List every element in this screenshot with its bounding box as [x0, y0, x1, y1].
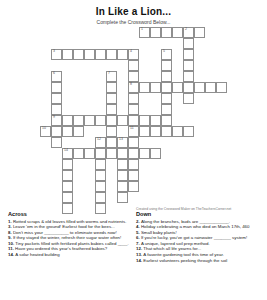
grid-cell[interactable]	[194, 82, 205, 93]
grid-cell[interactable]: 6	[51, 71, 62, 82]
clue-item: 11. Have you ordered this year's feather…	[8, 246, 134, 251]
grid-cell[interactable]	[117, 181, 128, 192]
clue-number: 7	[108, 72, 110, 76]
grid-cell[interactable]	[106, 115, 117, 126]
grid-cell[interactable]	[51, 82, 62, 93]
grid-cell[interactable]	[161, 104, 172, 115]
grid-cell[interactable]	[62, 159, 73, 170]
grid-cell[interactable]	[150, 148, 161, 159]
across-header: Across	[8, 212, 134, 217]
grid-cell[interactable]	[161, 71, 172, 82]
grid-cell[interactable]	[51, 104, 62, 115]
grid-cell[interactable]: 1	[139, 27, 150, 38]
grid-cell[interactable]	[62, 49, 73, 60]
grid-cell[interactable]	[62, 115, 73, 126]
grid-cell[interactable]: 2	[183, 27, 194, 38]
grid-cell[interactable]	[139, 82, 150, 93]
grid-cell[interactable]	[73, 49, 84, 60]
grid-cell[interactable]	[172, 82, 183, 93]
grid-cell[interactable]	[62, 192, 73, 203]
clue-item: 13. A favorite gardening tool this time …	[136, 252, 264, 257]
grid-cell[interactable]	[183, 93, 194, 104]
grid-cell[interactable]	[84, 148, 95, 159]
clue-item: 14. A solar heated building	[8, 252, 134, 257]
grid-cell[interactable]	[150, 82, 161, 93]
grid-cell[interactable]	[172, 27, 183, 38]
grid-cell[interactable]	[139, 126, 150, 137]
grid-cell[interactable]	[183, 126, 194, 137]
page-subtitle: Complete the Crossword Below...	[0, 19, 267, 25]
grid-cell[interactable]	[106, 148, 117, 159]
clue-item: 7. A unique, layered soil prep method.	[136, 241, 264, 246]
clue-item: 9. If they stayed the winter, refresh th…	[8, 235, 134, 240]
grid-cell[interactable]	[117, 159, 128, 170]
grid-cell[interactable]	[183, 82, 194, 93]
grid-cell[interactable]	[128, 181, 139, 192]
clue-number: 1	[141, 28, 143, 32]
grid-cell[interactable]	[161, 82, 172, 93]
grid-cell[interactable]	[62, 126, 73, 137]
grid-cell[interactable]	[150, 27, 161, 38]
clue-number: 10	[42, 127, 46, 131]
grid-cell[interactable]	[95, 159, 106, 170]
across-clue-list: 1. Rotted scraps & old leaves filled wit…	[8, 219, 134, 258]
grid-cell[interactable]	[106, 104, 117, 115]
grid-cell[interactable]	[128, 115, 139, 126]
clue-number: 3	[53, 50, 55, 54]
grid-cell[interactable]	[51, 137, 62, 148]
grid-cell[interactable]	[95, 170, 106, 181]
grid-cell[interactable]	[150, 126, 161, 137]
grid-cell[interactable]	[106, 49, 117, 60]
grid-cell[interactable]	[150, 115, 161, 126]
grid-cell[interactable]	[128, 148, 139, 159]
grid-cell[interactable]	[117, 192, 128, 203]
clue-number: 5	[163, 50, 165, 54]
grid-cell[interactable]: 5	[161, 49, 172, 60]
down-clues-section: Down 2. Along the branches, buds are ___…	[136, 212, 264, 263]
grid-cell[interactable]	[95, 148, 106, 159]
clue-item: 2. Along the branches, buds are ________…	[136, 219, 264, 224]
grid-cell[interactable]	[95, 115, 106, 126]
across-clues-section: Across 1. Rotted scraps & old leaves fil…	[8, 212, 134, 258]
grid-cell[interactable]	[95, 192, 106, 203]
clue-number: 8	[130, 83, 132, 87]
grid-cell[interactable]: 12	[95, 137, 106, 148]
clue-number: 14	[64, 149, 68, 153]
clue-item: 10. Tiny packets filled with fertilized …	[8, 241, 134, 246]
grid-cell[interactable]	[106, 93, 117, 104]
grid-cell[interactable]: 7	[106, 71, 117, 82]
grid-cell[interactable]	[128, 104, 139, 115]
grid-cell[interactable]	[128, 159, 139, 170]
grid-cell[interactable]	[128, 170, 139, 181]
down-header: Down	[136, 212, 264, 217]
clue-number: 13	[119, 138, 123, 142]
clue-number: 6	[53, 72, 55, 76]
crossword-page: { "game": "crossword", "title": "In Like…	[0, 0, 267, 300]
grid-cell[interactable]	[51, 126, 62, 137]
down-clue-list: 2. Along the branches, buds are ________…	[136, 219, 264, 263]
grid-cell[interactable]	[62, 181, 73, 192]
clue-item: 4. Holiday celebrating a man who died on…	[136, 224, 264, 229]
grid-cell[interactable]	[161, 93, 172, 104]
grid-cell[interactable]	[183, 49, 194, 60]
clue-number: 11	[130, 127, 134, 131]
grid-cell[interactable]	[139, 115, 150, 126]
clue-number: 12	[97, 138, 101, 142]
grid-cell[interactable]	[128, 71, 139, 82]
grid-cell[interactable]	[172, 126, 183, 137]
grid-cell[interactable]	[161, 126, 172, 137]
grid-cell[interactable]	[73, 115, 84, 126]
grid-cell[interactable]	[128, 93, 139, 104]
grid-cell[interactable]	[139, 148, 150, 159]
grid-cell[interactable]	[117, 49, 128, 60]
grid-cell[interactable]	[161, 27, 172, 38]
grid-cell[interactable]	[128, 137, 139, 148]
clue-number: 9	[53, 116, 55, 120]
grid-cell[interactable]	[216, 82, 227, 93]
clue-item: 5. Small baby plants!	[136, 230, 264, 235]
grid-cell[interactable]: 8	[128, 82, 139, 93]
grid-cell[interactable]: 11	[128, 126, 139, 137]
clue-item: 8. Don't miss your __________ to elimina…	[8, 230, 134, 235]
grid-cell[interactable]	[62, 170, 73, 181]
grid-cell[interactable]: 10	[40, 126, 51, 137]
clue-item: 12. That which all life yearns for...	[136, 246, 264, 251]
grid-cell[interactable]: 9	[51, 115, 62, 126]
grid-cell[interactable]	[183, 60, 194, 71]
grid-cell[interactable]	[117, 148, 128, 159]
clue-item: 1. Rotted scraps & old leaves filled wit…	[8, 219, 134, 224]
page-title: In Like a Lion...	[0, 6, 267, 17]
grid-cell[interactable]	[183, 71, 194, 82]
clue-number: 4	[130, 50, 132, 54]
clue-item: 14. Earliest volunteers peeking through …	[136, 258, 264, 263]
grid-cell[interactable]	[128, 60, 139, 71]
grid-cell[interactable]	[84, 115, 95, 126]
grid-cell[interactable]	[183, 38, 194, 49]
grid-cell[interactable]	[95, 181, 106, 192]
grid-cell[interactable]: 13	[117, 137, 128, 148]
grid-cell[interactable]	[161, 60, 172, 71]
clue-number: 2	[185, 28, 187, 32]
grid-cell[interactable]: 4	[128, 49, 139, 60]
credit-line: Created using the Crossword Maker on The…	[136, 207, 264, 211]
grid-cell[interactable]: 3	[51, 49, 62, 60]
grid-cell[interactable]	[84, 49, 95, 60]
grid-cell[interactable]	[95, 49, 106, 60]
grid-cell[interactable]	[106, 126, 117, 137]
clue-item: 6. If you're lucky, you've got a rainwat…	[136, 235, 264, 240]
grid-cell[interactable]	[73, 148, 84, 159]
grid-cell[interactable]	[117, 170, 128, 181]
grid-cell[interactable]: 14	[62, 148, 73, 159]
grid-cell[interactable]	[106, 82, 117, 93]
grid-cell[interactable]	[51, 93, 62, 104]
grid-cell[interactable]	[73, 126, 84, 137]
clue-item: 3. Leave 'em in the ground! Earliest foo…	[8, 224, 134, 229]
grid-cell[interactable]	[106, 137, 117, 148]
grid-cell[interactable]	[205, 82, 216, 93]
grid-cell[interactable]	[161, 115, 172, 126]
grid-cell[interactable]	[194, 27, 205, 38]
grid-cell[interactable]	[117, 115, 128, 126]
